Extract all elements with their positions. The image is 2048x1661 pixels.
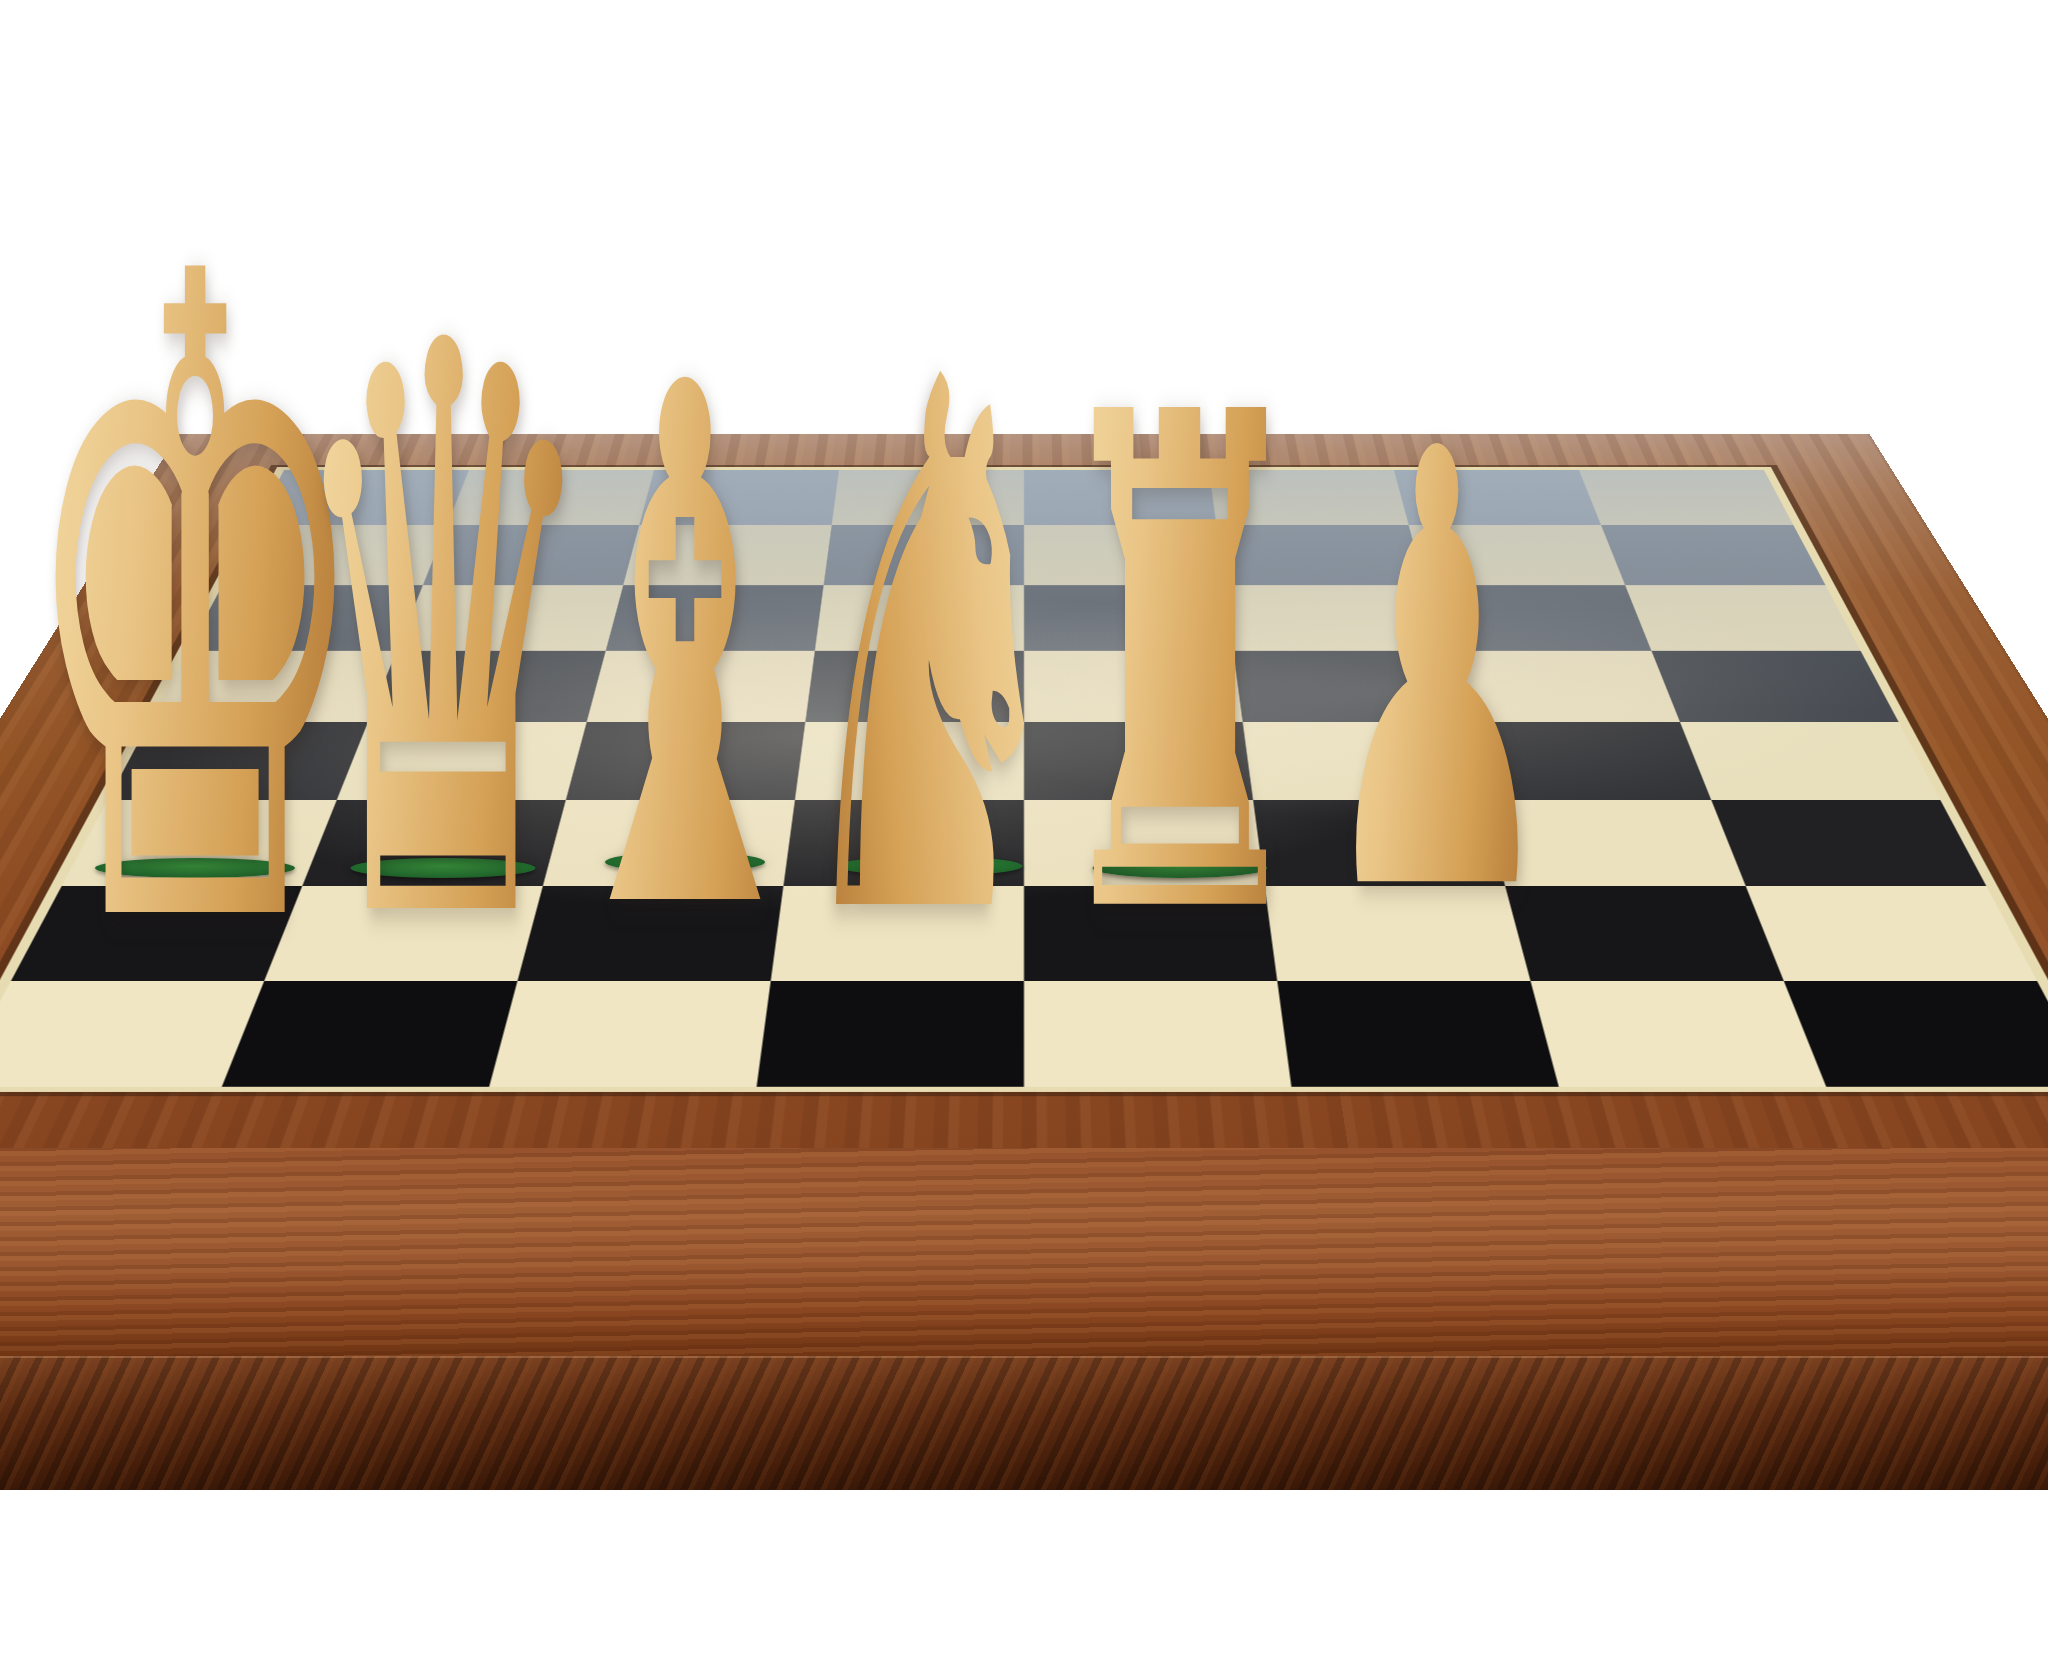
square-h5 <box>1651 651 1898 722</box>
chess-scene: ♚♛♝♞♜♟ ♚♛♝♞♜♟ ♚♛♝♞♜♟ <box>0 0 2048 1661</box>
rosewood-front-border <box>0 1148 2048 1358</box>
white-knight-icon[interactable]: ♞ <box>783 286 1077 1016</box>
square-h6 <box>1625 585 1860 650</box>
square-h4 <box>1680 722 1940 800</box>
square-h7 <box>1601 525 1825 585</box>
square-g1 <box>1531 981 1827 1087</box>
board-side-face <box>0 1356 2048 1490</box>
photo-canvas: ♚♛♝♞♜♟ ♚♛♝♞♜♟ ♚♛♝♞♜♟ <box>0 0 2048 1661</box>
square-h1 <box>1784 981 2048 1087</box>
white-pawn-icon[interactable]: ♟ <box>1316 374 1558 974</box>
square-h3 <box>1711 800 1986 886</box>
white-rook-icon[interactable]: ♜ <box>1043 328 1317 1008</box>
square-h8 <box>1579 470 1794 525</box>
square-h2 <box>1746 886 2037 981</box>
